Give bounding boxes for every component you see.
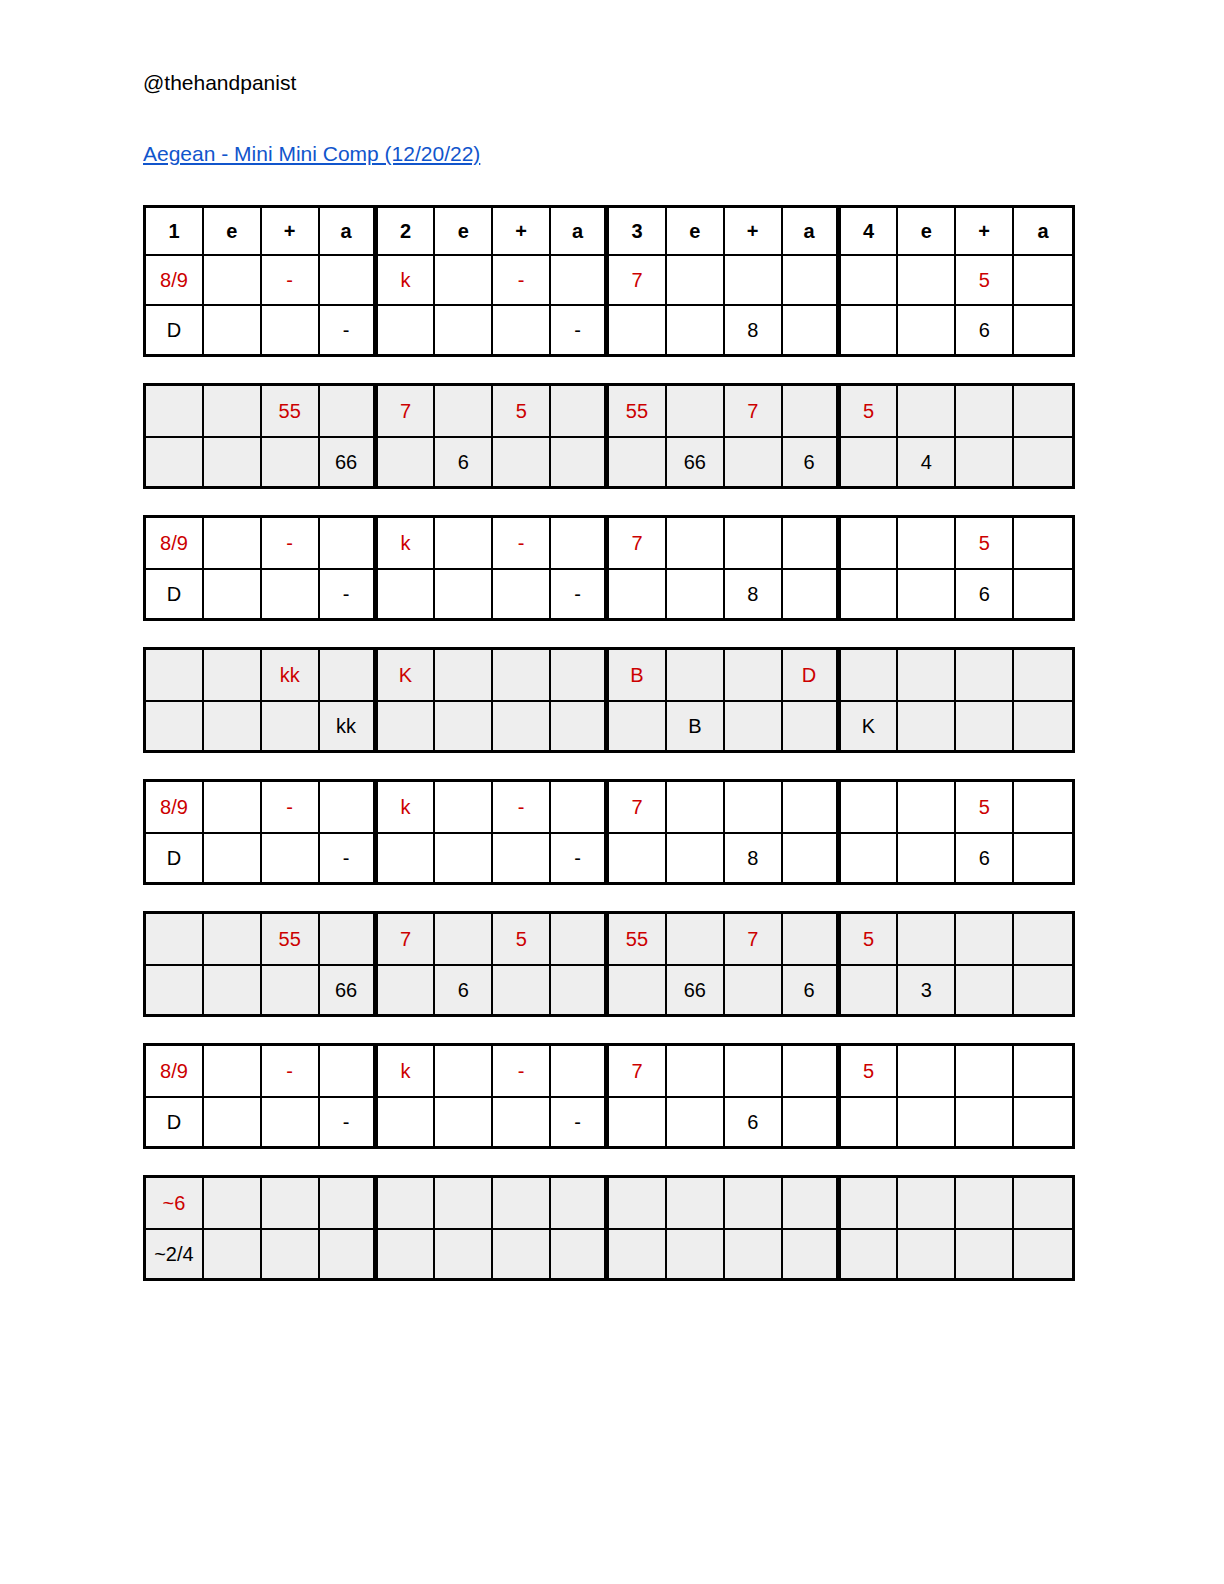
note-cell xyxy=(378,1178,436,1228)
note-cell xyxy=(204,436,262,486)
note-cell xyxy=(783,1228,841,1278)
note-cell xyxy=(493,1096,551,1146)
note-cell xyxy=(493,650,551,700)
note-cell: D xyxy=(146,568,204,618)
note-cell: - xyxy=(262,518,320,568)
measure-table-2: 557555756666664 xyxy=(143,383,1075,489)
note-cell xyxy=(667,832,725,882)
red-note-row: 8/9-k-75 xyxy=(146,254,1072,304)
note-cell xyxy=(898,386,956,436)
measure-table-1: 1e+a2e+a3e+a4e+a8/9-k-75D--86 xyxy=(143,205,1075,357)
note-cell: - xyxy=(320,568,378,618)
count-label: 4 xyxy=(841,208,899,254)
note-cell: D xyxy=(146,1096,204,1146)
count-header-row: 1e+a2e+a3e+a4e+a xyxy=(146,208,1072,254)
note-cell xyxy=(1014,518,1072,568)
note-cell xyxy=(551,386,609,436)
note-cell xyxy=(320,1228,378,1278)
note-cell xyxy=(841,1228,899,1278)
note-cell xyxy=(204,782,262,832)
note-cell: 8 xyxy=(725,832,783,882)
note-cell: k xyxy=(378,518,436,568)
note-cell: 8/9 xyxy=(146,518,204,568)
note-cell xyxy=(841,650,899,700)
note-cell xyxy=(378,1096,436,1146)
note-cell xyxy=(204,1178,262,1228)
red-note-row: 8/9-k-75 xyxy=(146,782,1072,832)
note-cell xyxy=(435,518,493,568)
note-cell xyxy=(898,1096,956,1146)
note-cell xyxy=(262,964,320,1014)
note-cell: 5 xyxy=(841,386,899,436)
note-cell: 3 xyxy=(898,964,956,1014)
note-cell: - xyxy=(551,1096,609,1146)
note-cell xyxy=(1014,782,1072,832)
note-cell: 8/9 xyxy=(146,254,204,304)
note-cell xyxy=(725,650,783,700)
note-cell: 5 xyxy=(841,1046,899,1096)
note-cell xyxy=(841,304,899,354)
count-label: a xyxy=(320,208,378,254)
note-cell: 7 xyxy=(609,782,667,832)
note-cell xyxy=(956,700,1014,750)
note-cell: 66 xyxy=(667,964,725,1014)
note-cell xyxy=(783,782,841,832)
note-cell xyxy=(783,914,841,964)
note-cell xyxy=(378,964,436,1014)
black-note-row: 6666664 xyxy=(146,436,1072,486)
note-cell xyxy=(262,1096,320,1146)
note-cell: 8/9 xyxy=(146,1046,204,1096)
note-cell xyxy=(551,650,609,700)
note-cell xyxy=(493,436,551,486)
note-cell: 7 xyxy=(725,914,783,964)
note-cell xyxy=(435,254,493,304)
count-label: e xyxy=(204,208,262,254)
note-cell: B xyxy=(667,700,725,750)
count-label: a xyxy=(551,208,609,254)
note-cell xyxy=(204,518,262,568)
note-cell xyxy=(262,700,320,750)
note-cell: 55 xyxy=(609,914,667,964)
note-cell xyxy=(204,1228,262,1278)
note-cell xyxy=(1014,1178,1072,1228)
note-cell: B xyxy=(609,650,667,700)
note-cell xyxy=(1014,1096,1072,1146)
note-cell xyxy=(783,568,841,618)
count-label: a xyxy=(1014,208,1072,254)
note-cell: 5 xyxy=(841,914,899,964)
note-cell xyxy=(493,832,551,882)
note-cell xyxy=(320,518,378,568)
note-cell xyxy=(898,914,956,964)
note-cell: 6 xyxy=(783,436,841,486)
note-cell xyxy=(1014,254,1072,304)
count-label: + xyxy=(493,208,551,254)
black-note-row: D--86 xyxy=(146,304,1072,354)
note-cell xyxy=(783,700,841,750)
note-cell xyxy=(493,1178,551,1228)
note-cell xyxy=(783,304,841,354)
red-note-row: kkKBD xyxy=(146,650,1072,700)
note-cell xyxy=(667,568,725,618)
note-cell xyxy=(262,832,320,882)
note-cell: k xyxy=(378,1046,436,1096)
note-cell: D xyxy=(146,832,204,882)
note-cell xyxy=(898,650,956,700)
note-cell xyxy=(725,1178,783,1228)
note-cell xyxy=(898,304,956,354)
note-cell xyxy=(725,254,783,304)
note-cell xyxy=(898,1046,956,1096)
note-cell: - xyxy=(493,782,551,832)
note-cell xyxy=(204,1096,262,1146)
note-cell: k xyxy=(378,254,436,304)
note-cell xyxy=(609,832,667,882)
note-cell xyxy=(725,518,783,568)
note-cell: 5 xyxy=(956,254,1014,304)
note-cell xyxy=(493,1228,551,1278)
note-cell xyxy=(551,518,609,568)
note-cell xyxy=(956,650,1014,700)
note-cell: - xyxy=(262,1046,320,1096)
note-cell xyxy=(435,1096,493,1146)
measure-table-8: ~6~2/4 xyxy=(143,1175,1075,1281)
note-cell xyxy=(1014,436,1072,486)
note-cell: - xyxy=(320,832,378,882)
note-cell: D xyxy=(783,650,841,700)
note-cell xyxy=(551,700,609,750)
note-cell: 8 xyxy=(725,304,783,354)
note-cell xyxy=(898,1178,956,1228)
note-cell xyxy=(435,568,493,618)
count-label: a xyxy=(783,208,841,254)
note-cell: - xyxy=(551,832,609,882)
note-cell xyxy=(435,1228,493,1278)
note-cell xyxy=(841,518,899,568)
note-cell xyxy=(841,1178,899,1228)
note-cell xyxy=(1014,1046,1072,1096)
note-cell xyxy=(725,1046,783,1096)
note-cell xyxy=(262,1178,320,1228)
note-cell xyxy=(898,700,956,750)
note-cell: - xyxy=(320,304,378,354)
note-cell xyxy=(320,386,378,436)
note-cell: 66 xyxy=(320,964,378,1014)
note-cell xyxy=(609,436,667,486)
red-note-row: 55755575 xyxy=(146,914,1072,964)
note-cell: - xyxy=(262,782,320,832)
author-handle: @thehandpanist xyxy=(143,71,296,95)
note-cell xyxy=(841,964,899,1014)
note-cell xyxy=(320,1046,378,1096)
tablature-sections: 1e+a2e+a3e+a4e+a8/9-k-75D--8655755575666… xyxy=(143,205,1075,1307)
note-cell xyxy=(956,1046,1014,1096)
note-cell xyxy=(609,964,667,1014)
note-cell xyxy=(204,304,262,354)
note-cell xyxy=(956,1096,1014,1146)
note-cell xyxy=(1014,964,1072,1014)
note-cell xyxy=(551,1046,609,1096)
note-cell xyxy=(841,568,899,618)
note-cell: 5 xyxy=(956,518,1014,568)
note-cell xyxy=(898,1228,956,1278)
red-note-row: 8/9-k-75 xyxy=(146,518,1072,568)
note-cell xyxy=(609,1178,667,1228)
note-cell xyxy=(435,914,493,964)
note-cell xyxy=(262,436,320,486)
count-label: + xyxy=(956,208,1014,254)
note-cell xyxy=(667,304,725,354)
note-cell: ~6 xyxy=(146,1178,204,1228)
note-cell xyxy=(493,304,551,354)
note-cell xyxy=(841,254,899,304)
note-cell xyxy=(146,700,204,750)
red-note-row: 55755575 xyxy=(146,386,1072,436)
note-cell: 55 xyxy=(609,386,667,436)
count-label: e xyxy=(435,208,493,254)
note-cell: kk xyxy=(320,700,378,750)
note-cell: 7 xyxy=(609,518,667,568)
note-cell: 8 xyxy=(725,568,783,618)
note-cell xyxy=(378,436,436,486)
count-label: e xyxy=(667,208,725,254)
note-cell: 6 xyxy=(435,964,493,1014)
note-cell xyxy=(667,254,725,304)
note-cell xyxy=(841,832,899,882)
note-cell xyxy=(783,518,841,568)
note-cell xyxy=(841,436,899,486)
black-note-row: kkBK xyxy=(146,700,1072,750)
note-cell: 6 xyxy=(956,304,1014,354)
measure-table-5: 8/9-k-75D--86 xyxy=(143,779,1075,885)
note-cell xyxy=(204,254,262,304)
note-cell xyxy=(783,832,841,882)
note-cell xyxy=(262,1228,320,1278)
black-note-row: 6666663 xyxy=(146,964,1072,1014)
note-cell: 7 xyxy=(609,254,667,304)
note-cell: - xyxy=(551,568,609,618)
note-cell xyxy=(435,304,493,354)
note-cell xyxy=(956,914,1014,964)
note-cell: 7 xyxy=(378,386,436,436)
count-label: 3 xyxy=(609,208,667,254)
note-cell xyxy=(1014,700,1072,750)
note-cell: - xyxy=(262,254,320,304)
note-cell xyxy=(435,832,493,882)
note-cell: 55 xyxy=(262,914,320,964)
note-cell xyxy=(667,1096,725,1146)
note-cell xyxy=(1014,832,1072,882)
note-cell: 7 xyxy=(725,386,783,436)
note-cell xyxy=(262,304,320,354)
black-note-row: D--6 xyxy=(146,1096,1072,1146)
note-cell: 55 xyxy=(262,386,320,436)
note-cell xyxy=(146,436,204,486)
note-cell: k xyxy=(378,782,436,832)
note-cell xyxy=(320,914,378,964)
note-cell xyxy=(493,964,551,1014)
note-cell xyxy=(956,436,1014,486)
note-cell xyxy=(609,1228,667,1278)
note-cell xyxy=(1014,304,1072,354)
count-label: + xyxy=(262,208,320,254)
red-note-row: 8/9-k-75 xyxy=(146,1046,1072,1096)
note-cell: 6 xyxy=(435,436,493,486)
note-cell xyxy=(435,1046,493,1096)
note-cell xyxy=(667,1178,725,1228)
note-cell xyxy=(783,254,841,304)
note-cell xyxy=(898,782,956,832)
note-cell xyxy=(435,386,493,436)
note-cell xyxy=(1014,386,1072,436)
note-cell: 6 xyxy=(956,832,1014,882)
note-cell xyxy=(146,964,204,1014)
count-label: + xyxy=(725,208,783,254)
note-cell: kk xyxy=(262,650,320,700)
note-cell: - xyxy=(493,254,551,304)
note-cell xyxy=(435,650,493,700)
note-cell xyxy=(551,914,609,964)
note-cell xyxy=(320,650,378,700)
note-cell xyxy=(1014,1228,1072,1278)
note-cell: K xyxy=(841,700,899,750)
note-cell: D xyxy=(146,304,204,354)
note-cell xyxy=(667,1046,725,1096)
note-cell xyxy=(956,964,1014,1014)
note-cell xyxy=(551,782,609,832)
note-cell: 6 xyxy=(783,964,841,1014)
note-cell xyxy=(667,650,725,700)
note-cell xyxy=(204,650,262,700)
note-cell: 6 xyxy=(725,1096,783,1146)
doc-title-link[interactable]: Aegean - Mini Mini Comp (12/20/22) xyxy=(143,142,480,166)
count-label: 2 xyxy=(378,208,436,254)
note-cell xyxy=(667,518,725,568)
note-cell xyxy=(667,782,725,832)
note-cell xyxy=(320,782,378,832)
note-cell: 7 xyxy=(378,914,436,964)
note-cell xyxy=(898,832,956,882)
note-cell xyxy=(956,386,1014,436)
red-note-row: ~6 xyxy=(146,1178,1072,1228)
note-cell: ~2/4 xyxy=(146,1228,204,1278)
note-cell xyxy=(783,1178,841,1228)
note-cell: K xyxy=(378,650,436,700)
note-cell xyxy=(725,782,783,832)
note-cell xyxy=(783,1096,841,1146)
note-cell xyxy=(1014,568,1072,618)
note-cell xyxy=(146,650,204,700)
note-cell xyxy=(551,254,609,304)
count-label: e xyxy=(898,208,956,254)
note-cell xyxy=(378,832,436,882)
note-cell: 66 xyxy=(320,436,378,486)
note-cell xyxy=(551,964,609,1014)
note-cell: 5 xyxy=(956,782,1014,832)
note-cell xyxy=(609,568,667,618)
note-cell xyxy=(841,782,899,832)
note-cell xyxy=(841,1096,899,1146)
note-cell xyxy=(1014,650,1072,700)
note-cell xyxy=(204,386,262,436)
note-cell xyxy=(956,1228,1014,1278)
note-cell xyxy=(667,1228,725,1278)
note-cell xyxy=(204,832,262,882)
note-cell xyxy=(551,436,609,486)
note-cell xyxy=(146,914,204,964)
note-cell xyxy=(378,1228,436,1278)
note-cell xyxy=(783,386,841,436)
note-cell xyxy=(551,1228,609,1278)
black-note-row: D--86 xyxy=(146,832,1072,882)
note-cell: 4 xyxy=(898,436,956,486)
note-cell xyxy=(667,386,725,436)
note-cell: 8/9 xyxy=(146,782,204,832)
note-cell xyxy=(493,568,551,618)
note-cell xyxy=(378,568,436,618)
note-cell xyxy=(493,700,551,750)
note-cell: - xyxy=(493,1046,551,1096)
note-cell xyxy=(320,1178,378,1228)
note-cell xyxy=(204,568,262,618)
note-cell: 66 xyxy=(667,436,725,486)
note-cell: 5 xyxy=(493,914,551,964)
note-cell xyxy=(204,964,262,1014)
note-cell xyxy=(320,254,378,304)
note-cell xyxy=(667,914,725,964)
measure-table-4: kkKBDkkBK xyxy=(143,647,1075,753)
note-cell: 5 xyxy=(493,386,551,436)
note-cell xyxy=(204,700,262,750)
note-cell xyxy=(725,700,783,750)
measure-table-7: 8/9-k-75D--6 xyxy=(143,1043,1075,1149)
note-cell xyxy=(435,782,493,832)
note-cell xyxy=(725,1228,783,1278)
note-cell xyxy=(609,700,667,750)
note-cell xyxy=(898,568,956,618)
note-cell xyxy=(609,1096,667,1146)
note-cell xyxy=(378,700,436,750)
note-cell: 6 xyxy=(956,568,1014,618)
note-cell xyxy=(435,1178,493,1228)
note-cell xyxy=(898,254,956,304)
note-cell xyxy=(204,914,262,964)
black-note-row: D--86 xyxy=(146,568,1072,618)
note-cell xyxy=(956,1178,1014,1228)
note-cell xyxy=(435,700,493,750)
note-cell xyxy=(725,964,783,1014)
note-cell xyxy=(551,1178,609,1228)
note-cell xyxy=(146,386,204,436)
note-cell xyxy=(262,568,320,618)
note-cell: - xyxy=(320,1096,378,1146)
note-cell: 7 xyxy=(609,1046,667,1096)
note-cell: - xyxy=(493,518,551,568)
note-cell xyxy=(725,436,783,486)
note-cell xyxy=(1014,914,1072,964)
measure-table-3: 8/9-k-75D--86 xyxy=(143,515,1075,621)
note-cell: - xyxy=(551,304,609,354)
black-note-row: ~2/4 xyxy=(146,1228,1072,1278)
note-cell xyxy=(378,304,436,354)
note-cell xyxy=(204,1046,262,1096)
note-cell xyxy=(783,1046,841,1096)
note-cell xyxy=(898,518,956,568)
measure-table-6: 557555756666663 xyxy=(143,911,1075,1017)
note-cell xyxy=(609,304,667,354)
count-label: 1 xyxy=(146,208,204,254)
